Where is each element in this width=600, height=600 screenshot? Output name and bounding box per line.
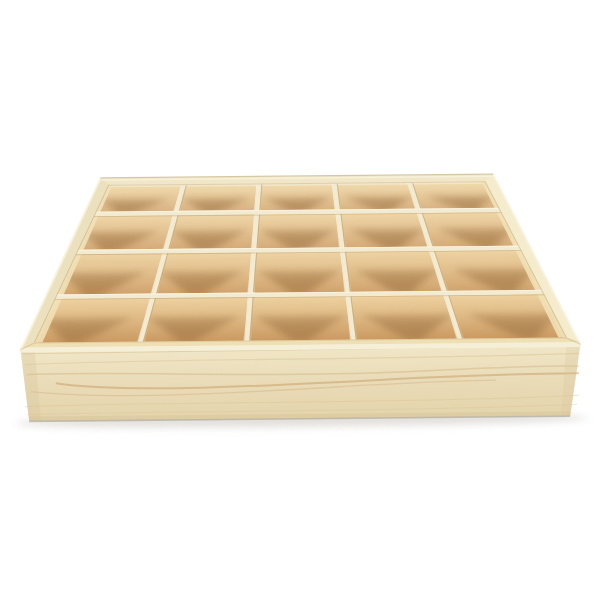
wooden-tray (9, 173, 591, 432)
wooden-tray-illustration (0, 0, 600, 600)
compartment-r3c4 (343, 250, 446, 295)
compartment-r1c4 (335, 184, 419, 212)
tray-compartments (32, 183, 567, 345)
compartment-r4c4 (348, 294, 460, 341)
compartment-r2c4 (338, 212, 431, 250)
compartment-r2c2 (165, 214, 257, 252)
compartment-r3c2 (153, 252, 255, 297)
compartment-r2c3 (254, 213, 343, 251)
compartment-r1c2 (176, 186, 260, 214)
compartment-r4c2 (140, 296, 251, 343)
compartment-r1c3 (257, 185, 338, 213)
product-image (0, 0, 600, 600)
compartment-r3c3 (250, 251, 348, 296)
tray-front-face (20, 344, 581, 421)
compartment-r4c3 (247, 295, 354, 342)
